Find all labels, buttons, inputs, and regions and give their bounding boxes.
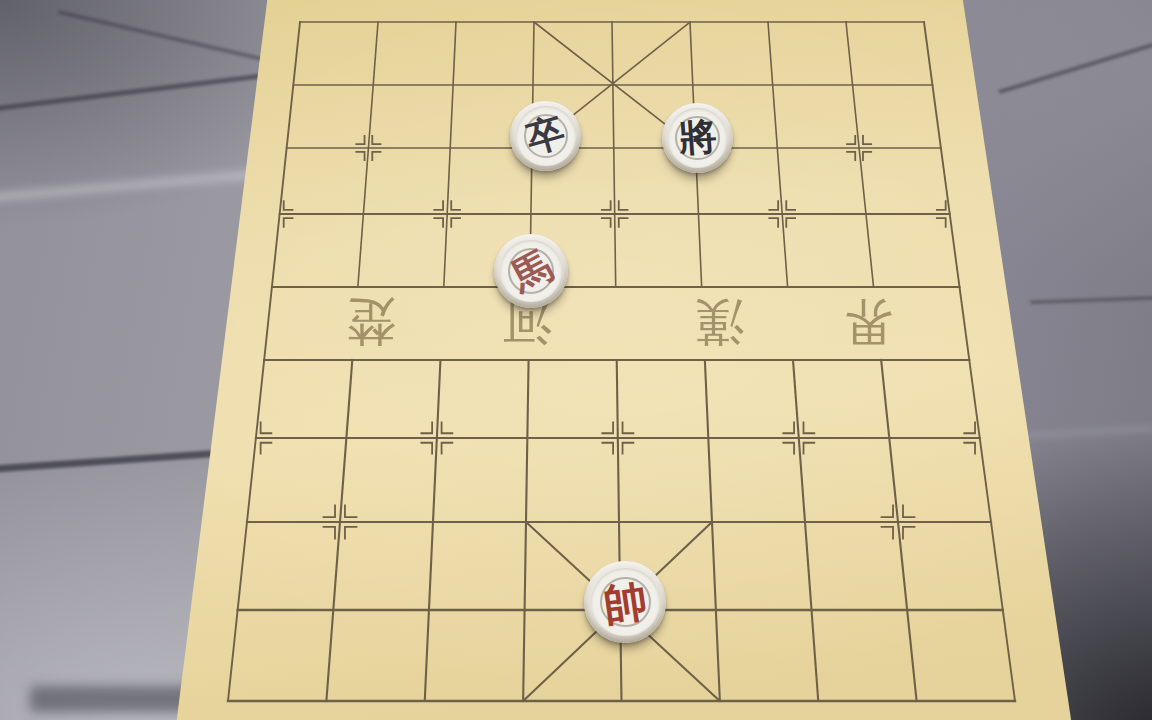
piece-character: 帥	[586, 563, 664, 641]
piece-character: 馬	[489, 229, 573, 313]
pieces-layer: 卒將馬帥	[0, 0, 1152, 720]
piece-body: 馬	[494, 234, 568, 308]
piece-body: 帥	[584, 561, 666, 643]
piece-face: 帥	[591, 568, 660, 637]
piece-face: 卒	[516, 106, 576, 166]
piece-face: 馬	[500, 240, 562, 302]
piece-character: 卒	[509, 99, 583, 173]
piece-black-soldier[interactable]: 卒	[510, 101, 581, 172]
piece-face: 將	[668, 108, 728, 168]
photo-scene: 楚河漢界 卒將馬帥	[0, 0, 1152, 720]
piece-character: 將	[666, 106, 730, 170]
piece-red-general[interactable]: 帥	[584, 561, 666, 643]
piece-black-general[interactable]: 將	[662, 103, 733, 174]
piece-body: 將	[662, 103, 733, 174]
xiangqi-board[interactable]: 楚河漢界 卒將馬帥	[0, 0, 1152, 720]
piece-red-horse[interactable]: 馬	[494, 234, 568, 308]
piece-body: 卒	[510, 101, 581, 172]
